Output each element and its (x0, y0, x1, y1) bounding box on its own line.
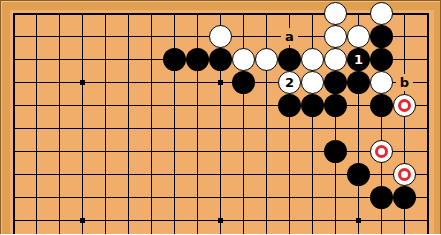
circle-marker-icon (398, 99, 411, 112)
grid-vline (197, 13, 198, 235)
grid-vline (13, 13, 15, 235)
white-stone-R13 (370, 140, 393, 163)
go-board: 12ab (10, 10, 434, 234)
white-stone-K18 (209, 25, 232, 48)
point-label-a: a (281, 28, 298, 45)
star-point (80, 218, 85, 223)
black-stone-P16 (324, 71, 347, 94)
white-stone-S15 (393, 94, 416, 117)
point-label-b: b (396, 74, 413, 91)
grid-vline (151, 13, 152, 235)
grid-vline (427, 13, 429, 235)
white-stone-M17 (255, 48, 278, 71)
black-stone-Q17: 1 (347, 48, 370, 71)
black-stone-O15 (301, 94, 324, 117)
grid-vline (289, 13, 290, 235)
black-stone-R11 (370, 186, 393, 209)
black-stone-N17 (278, 48, 301, 71)
black-stone-L16 (232, 71, 255, 94)
grid-hline (13, 128, 429, 129)
grid-hline (13, 197, 429, 198)
grid-vline (105, 13, 106, 235)
white-stone-L17 (232, 48, 255, 71)
grid-hline (13, 13, 429, 15)
circle-marker-icon (375, 145, 388, 158)
grid-hline (13, 151, 429, 152)
grid-vline (36, 13, 37, 235)
grid-vline (128, 13, 129, 235)
grid-vline (174, 13, 175, 235)
black-stone-P13 (324, 140, 347, 163)
black-stone-N15 (278, 94, 301, 117)
white-stone-P19 (324, 2, 347, 25)
white-stone-O16 (301, 71, 324, 94)
go-board-frame: 12ab (0, 0, 441, 234)
white-stone-O17 (301, 48, 324, 71)
grid-vline (243, 13, 244, 235)
star-point (356, 218, 361, 223)
white-stone-Q18 (347, 25, 370, 48)
white-stone-P18 (324, 25, 347, 48)
black-stone-R15 (370, 94, 393, 117)
white-stone-S12 (393, 163, 416, 186)
black-stone-H17 (163, 48, 186, 71)
star-point (80, 80, 85, 85)
black-stone-P15 (324, 94, 347, 117)
grid-vline (312, 13, 313, 235)
black-stone-Q12 (347, 163, 370, 186)
grid-vline (59, 13, 60, 235)
white-stone-R16 (370, 71, 393, 94)
white-stone-N16: 2 (278, 71, 301, 94)
star-point (218, 80, 223, 85)
grid-hline (13, 105, 429, 106)
grid-vline (82, 13, 83, 235)
black-stone-S11 (393, 186, 416, 209)
black-stone-R17 (370, 48, 393, 71)
star-point (218, 218, 223, 223)
black-stone-Q16 (347, 71, 370, 94)
circle-marker-icon (398, 168, 411, 181)
black-stone-J17 (186, 48, 209, 71)
black-stone-R18 (370, 25, 393, 48)
white-stone-P17 (324, 48, 347, 71)
grid-vline (266, 13, 267, 235)
black-stone-K17 (209, 48, 232, 71)
white-stone-R19 (370, 2, 393, 25)
